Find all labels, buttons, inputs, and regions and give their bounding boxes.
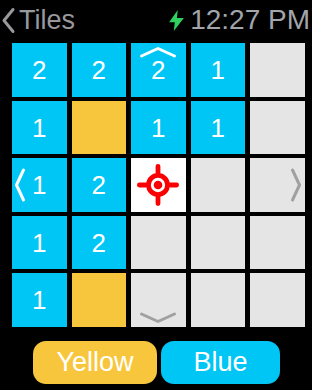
tile-r1c2[interactable]: 2 xyxy=(72,43,127,97)
tile-number: 1 xyxy=(32,170,46,201)
tile-r4c3[interactable] xyxy=(131,216,186,270)
tile-number: 2 xyxy=(92,170,106,201)
tile-number: 1 xyxy=(211,55,225,86)
tile-r3c3[interactable] xyxy=(131,158,186,212)
status-clock: 12:27 PM xyxy=(169,6,310,34)
tiles-grid: 222111112121 xyxy=(12,43,305,327)
tile-r2c5[interactable] xyxy=(250,101,305,155)
tile-r1c5[interactable] xyxy=(250,43,305,97)
tile-r1c3[interactable]: 2 xyxy=(131,43,186,97)
back-chevron-icon xyxy=(1,7,16,34)
tile-r1c1[interactable]: 2 xyxy=(12,43,67,97)
tile-r3c5[interactable] xyxy=(250,158,305,212)
tile-number: 1 xyxy=(32,228,46,259)
tile-number: 2 xyxy=(92,55,106,86)
tile-r4c5[interactable] xyxy=(250,216,305,270)
back-button[interactable]: Tiles xyxy=(1,7,75,34)
tile-r2c4[interactable]: 1 xyxy=(191,101,246,155)
caret-up-icon xyxy=(139,46,177,58)
back-button-label: Tiles xyxy=(19,7,75,34)
tile-number: 1 xyxy=(32,113,46,144)
status-bar: Tiles 12:27 PM xyxy=(0,0,312,40)
caret-left-icon xyxy=(14,168,26,202)
caret-down-icon xyxy=(139,312,177,324)
tile-r5c2[interactable] xyxy=(72,273,127,327)
tile-number: 1 xyxy=(211,113,225,144)
tile-r1c4[interactable]: 1 xyxy=(191,43,246,97)
time-label: 12:27 PM xyxy=(190,6,310,34)
blue-button[interactable]: Blue xyxy=(161,341,280,384)
caret-right-icon xyxy=(290,168,302,202)
yellow-button[interactable]: Yellow xyxy=(33,341,157,384)
tile-r5c5[interactable] xyxy=(250,273,305,327)
tile-number: 2 xyxy=(92,228,106,259)
tile-r4c4[interactable] xyxy=(191,216,246,270)
tile-r3c4[interactable] xyxy=(191,158,246,212)
tile-r4c2[interactable]: 2 xyxy=(72,216,127,270)
tile-r2c2[interactable] xyxy=(72,101,127,155)
tile-number: 1 xyxy=(32,285,46,316)
watch-screen: Tiles 12:27 PM 222111112121 Yellow Blue xyxy=(0,0,312,390)
charging-bolt-icon xyxy=(169,10,184,31)
tile-number: 2 xyxy=(151,55,165,86)
tile-r3c2[interactable]: 2 xyxy=(72,158,127,212)
tile-number: 1 xyxy=(151,113,165,144)
tile-r2c3[interactable]: 1 xyxy=(131,101,186,155)
tile-r3c1[interactable]: 1 xyxy=(12,158,67,212)
tile-r4c1[interactable]: 1 xyxy=(12,216,67,270)
tile-r5c1[interactable]: 1 xyxy=(12,273,67,327)
tile-r5c3[interactable] xyxy=(131,273,186,327)
target-icon xyxy=(137,164,179,206)
tile-r2c1[interactable]: 1 xyxy=(12,101,67,155)
tile-number: 2 xyxy=(32,55,46,86)
tile-r5c4[interactable] xyxy=(191,273,246,327)
